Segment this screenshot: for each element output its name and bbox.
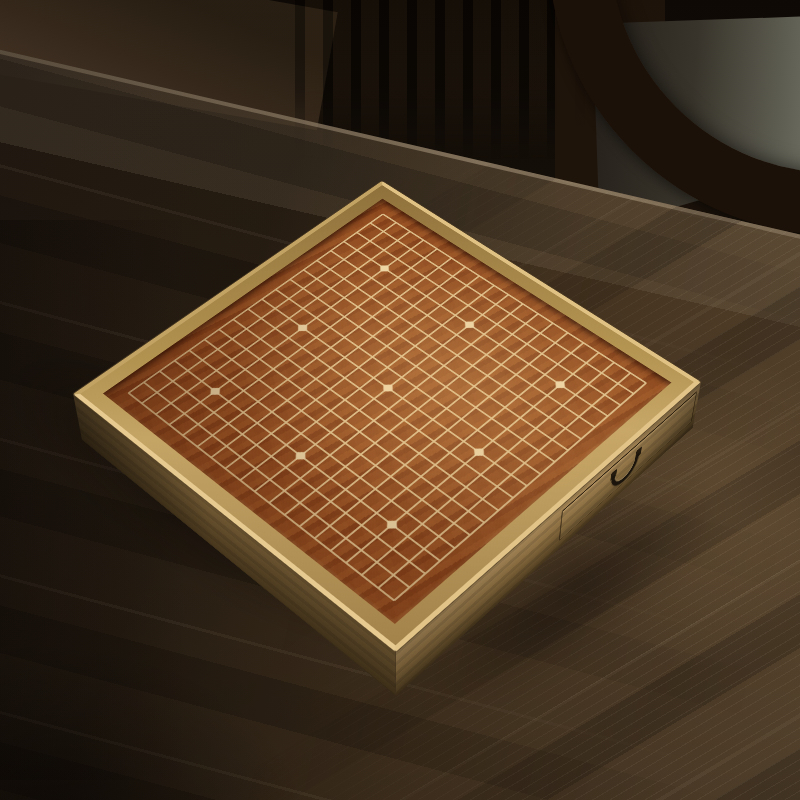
intersection[interactable] — [215, 391, 244, 413]
intersection[interactable] — [432, 398, 461, 420]
scene — [0, 0, 800, 800]
intersection[interactable] — [285, 490, 315, 514]
intersection[interactable] — [434, 441, 464, 464]
intersection[interactable] — [141, 403, 170, 425]
board-playing-surface — [103, 199, 671, 624]
intersection[interactable] — [475, 386, 504, 407]
intersection[interactable] — [539, 451, 569, 474]
intersection[interactable] — [360, 454, 390, 477]
intersection[interactable] — [492, 418, 521, 440]
intersection[interactable] — [421, 476, 451, 500]
intersection[interactable] — [196, 446, 226, 469]
intersection[interactable] — [392, 524, 423, 549]
intersection[interactable] — [394, 574, 426, 600]
intersection[interactable] — [447, 408, 476, 430]
intersection[interactable] — [580, 416, 609, 438]
intersection[interactable] — [255, 468, 285, 491]
intersection[interactable] — [450, 452, 480, 475]
intersection[interactable] — [345, 399, 374, 421]
intersection[interactable] — [439, 535, 470, 560]
star-point — [474, 448, 484, 455]
intersection[interactable] — [198, 424, 227, 446]
intersection[interactable] — [300, 502, 331, 526]
intersection[interactable] — [375, 443, 405, 466]
intersection[interactable] — [464, 441, 494, 464]
intersection[interactable] — [490, 396, 519, 418]
intersection[interactable] — [577, 395, 606, 417]
intersection[interactable] — [315, 490, 345, 514]
star-point — [383, 385, 392, 392]
intersection[interactable] — [286, 422, 315, 444]
intersection[interactable] — [423, 524, 454, 549]
intersection[interactable] — [301, 411, 330, 433]
intersection[interactable] — [433, 419, 462, 441]
intersection[interactable] — [345, 466, 375, 489]
intersection[interactable] — [393, 549, 424, 574]
intersection[interactable] — [391, 477, 421, 501]
intersection[interactable] — [269, 503, 300, 527]
intersection[interactable] — [184, 413, 213, 435]
intersection[interactable] — [389, 409, 418, 431]
intersection[interactable] — [533, 385, 562, 406]
intersection[interactable] — [390, 454, 420, 477]
intersection[interactable] — [330, 525, 361, 550]
intersection[interactable] — [453, 499, 484, 523]
intersection[interactable] — [273, 390, 302, 412]
intersection[interactable] — [346, 489, 376, 513]
intersection[interactable] — [378, 562, 410, 588]
intersection[interactable] — [376, 489, 406, 513]
intersection[interactable] — [301, 433, 331, 456]
intersection[interactable] — [537, 428, 566, 450]
intersection[interactable] — [182, 435, 212, 458]
intersection[interactable] — [170, 403, 199, 425]
intersection[interactable] — [418, 409, 447, 431]
intersection[interactable] — [330, 550, 361, 575]
intersection[interactable] — [593, 405, 622, 427]
intersection[interactable] — [567, 428, 596, 450]
intersection[interactable] — [258, 401, 287, 423]
intersection[interactable] — [316, 444, 346, 467]
intersection[interactable] — [157, 392, 186, 414]
intersection[interactable] — [128, 393, 157, 415]
intersection[interactable] — [438, 511, 469, 535]
intersection[interactable] — [361, 501, 392, 525]
intersection[interactable] — [345, 443, 375, 466]
star-point — [387, 521, 397, 529]
star-point — [296, 452, 305, 459]
intersection[interactable] — [504, 385, 533, 406]
intersection[interactable] — [359, 388, 388, 409]
intersection[interactable] — [315, 467, 345, 490]
intersection[interactable] — [496, 463, 526, 486]
intersection[interactable] — [449, 430, 479, 452]
intersection[interactable] — [521, 418, 550, 440]
intersection[interactable] — [240, 480, 270, 504]
intersection[interactable] — [330, 455, 360, 478]
intersection[interactable] — [535, 406, 564, 428]
intersection[interactable] — [244, 390, 273, 412]
star-point — [465, 322, 474, 328]
intersection[interactable] — [211, 457, 241, 480]
intersection[interactable] — [286, 444, 316, 467]
intersection[interactable] — [302, 389, 331, 411]
intersection[interactable] — [243, 412, 272, 434]
intersection[interactable] — [213, 413, 242, 435]
intersection[interactable] — [345, 421, 374, 443]
intersection[interactable] — [271, 433, 301, 456]
intersection[interactable] — [377, 512, 408, 536]
intersection[interactable] — [454, 523, 485, 548]
intersection[interactable] — [284, 514, 315, 538]
intersection[interactable] — [478, 429, 507, 451]
intersection[interactable] — [241, 457, 271, 480]
intersection[interactable] — [482, 475, 512, 498]
intersection[interactable] — [362, 549, 393, 574]
intersection[interactable] — [480, 452, 510, 475]
intersection[interactable] — [346, 513, 377, 537]
intersection[interactable] — [606, 394, 635, 416]
intersection[interactable] — [330, 410, 359, 432]
intersection[interactable] — [526, 462, 556, 485]
intersection[interactable] — [436, 464, 466, 487]
intersection[interactable] — [417, 387, 446, 408]
intersection[interactable] — [360, 432, 390, 454]
intersection[interactable] — [256, 445, 286, 468]
intersection[interactable] — [408, 536, 439, 561]
intersection[interactable] — [378, 587, 410, 613]
intersection[interactable] — [519, 396, 548, 418]
intersection[interactable] — [451, 475, 481, 498]
intersection[interactable] — [377, 537, 408, 562]
intersection[interactable] — [361, 477, 391, 501]
intersection[interactable] — [242, 434, 272, 457]
intersection[interactable] — [424, 548, 455, 573]
intersection[interactable] — [330, 432, 360, 454]
intersection[interactable] — [375, 420, 404, 442]
intersection[interactable] — [199, 402, 228, 424]
go-board-box — [73, 181, 701, 652]
intersection[interactable] — [346, 562, 378, 588]
intersection[interactable] — [287, 400, 316, 422]
intersection[interactable] — [299, 526, 330, 551]
intersection[interactable] — [406, 488, 436, 512]
intersection[interactable] — [404, 420, 433, 442]
intersection[interactable] — [271, 456, 301, 479]
intersection[interactable] — [226, 446, 256, 469]
intersection[interactable] — [361, 525, 392, 550]
intersection[interactable] — [403, 398, 432, 420]
star-point — [380, 266, 389, 272]
intersection[interactable] — [330, 478, 360, 502]
intersection[interactable] — [405, 442, 435, 465]
intersection[interactable] — [553, 439, 583, 462]
intersection[interactable] — [419, 431, 449, 453]
intersection[interactable] — [406, 465, 436, 488]
star-point — [211, 388, 220, 395]
intersection[interactable] — [257, 423, 286, 445]
intersection[interactable] — [362, 575, 394, 601]
intersection[interactable] — [508, 429, 537, 451]
intersection[interactable] — [390, 431, 420, 453]
intersection[interactable] — [300, 478, 330, 502]
star-point — [555, 381, 565, 388]
intersection[interactable] — [331, 389, 360, 410]
intersection[interactable] — [315, 514, 346, 538]
intersection[interactable] — [270, 479, 300, 503]
intersection[interactable] — [564, 406, 593, 428]
intersection[interactable] — [212, 435, 242, 458]
intersection[interactable] — [272, 411, 301, 433]
intersection[interactable] — [494, 440, 524, 463]
intersection[interactable] — [467, 487, 497, 511]
intersection[interactable] — [168, 424, 198, 446]
intersection[interactable] — [254, 491, 284, 515]
intersection[interactable] — [506, 407, 535, 429]
intersection[interactable] — [437, 487, 467, 511]
intersection[interactable] — [360, 410, 389, 432]
intersection[interactable] — [461, 397, 490, 419]
intersection[interactable] — [523, 440, 553, 463]
board-top-face — [73, 181, 701, 652]
intersection[interactable] — [498, 486, 528, 510]
star-point — [298, 325, 307, 331]
intersection[interactable] — [483, 498, 514, 522]
intersection[interactable] — [420, 453, 450, 476]
intersection[interactable] — [476, 407, 505, 429]
intersection[interactable] — [374, 399, 403, 421]
intersection[interactable] — [301, 455, 331, 478]
intersection[interactable] — [407, 512, 438, 536]
intersection[interactable] — [548, 395, 577, 417]
intersection[interactable] — [446, 387, 475, 408]
intersection[interactable] — [512, 474, 542, 497]
intersection[interactable] — [155, 414, 184, 436]
intersection[interactable] — [315, 538, 346, 563]
intersection[interactable] — [225, 468, 255, 491]
intersection[interactable] — [316, 422, 345, 444]
intersection[interactable] — [227, 423, 256, 445]
intersection[interactable] — [346, 537, 377, 562]
intersection[interactable] — [229, 401, 258, 423]
intersection[interactable] — [466, 464, 496, 487]
intersection[interactable] — [551, 417, 580, 439]
intersection[interactable] — [510, 451, 540, 474]
intersection[interactable] — [422, 499, 453, 523]
intersection[interactable] — [376, 465, 406, 488]
intersection[interactable] — [409, 561, 441, 587]
intersection[interactable] — [469, 510, 500, 534]
goban-grid — [114, 205, 660, 613]
intersection[interactable] — [392, 500, 423, 524]
intersection[interactable] — [463, 419, 492, 441]
intersection[interactable] — [285, 467, 315, 490]
board-perspective-scene — [0, 0, 800, 800]
intersection[interactable] — [388, 388, 417, 409]
intersection[interactable] — [186, 392, 215, 414]
intersection[interactable] — [316, 400, 345, 422]
intersection[interactable] — [330, 501, 361, 525]
